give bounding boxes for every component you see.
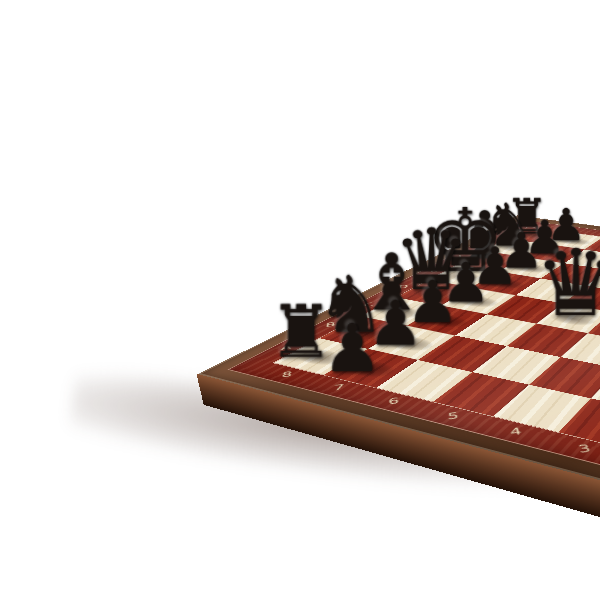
square-d5: ♛ — [536, 303, 600, 333]
chess-board: 87654321 HGFEDCBA ♜♟♞♟♝♟♚♟♛♟♛♝♟♞♟♜♟ — [198, 216, 600, 544]
rank-label-4: 4 — [477, 419, 557, 447]
black-pawn-a7: ♟ — [319, 317, 386, 380]
chess-set-photo: 87654321 HGFEDCBA ♜♟♞♟♝♟♚♟♛♟♛♝♟♞♟♜♟ — [0, 0, 600, 600]
black-queen-d5: ♛ — [534, 240, 592, 327]
